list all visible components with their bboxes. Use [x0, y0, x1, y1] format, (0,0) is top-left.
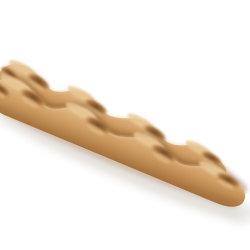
product-photo: [0, 0, 250, 250]
molded-pulp-trays-illustration: [0, 0, 250, 250]
